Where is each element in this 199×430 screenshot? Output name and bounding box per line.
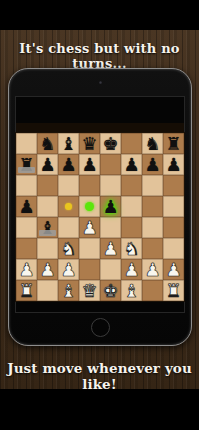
white-rook-h1[interactable]: ♜ bbox=[163, 280, 184, 301]
black-pawn-b7[interactable]: ♟ bbox=[37, 154, 58, 175]
square-d2[interactable] bbox=[79, 259, 100, 280]
black-pawn-c7[interactable]: ♟ bbox=[58, 154, 79, 175]
square-g8[interactable]: ♞ bbox=[142, 133, 163, 154]
black-knight-b8[interactable]: ♞ bbox=[37, 133, 58, 154]
square-f4[interactable] bbox=[121, 217, 142, 238]
tablet-frame: black pawn moves to e5. black rook moves… bbox=[8, 68, 192, 346]
move-log-bar: black pawn moves to e5. black rook moves… bbox=[16, 123, 184, 132]
square-c3[interactable]: ♞ bbox=[58, 238, 79, 259]
square-a7[interactable]: ♜ bbox=[16, 154, 37, 175]
square-e7[interactable] bbox=[100, 154, 121, 175]
square-a4[interactable] bbox=[16, 217, 37, 238]
black-pawn-d7[interactable]: ♟ bbox=[79, 154, 100, 175]
white-pawn-h2[interactable]: ♟ bbox=[163, 259, 184, 280]
square-c2[interactable]: ♟ bbox=[58, 259, 79, 280]
square-h2[interactable]: ♟ bbox=[163, 259, 184, 280]
letterbox-top bbox=[0, 0, 199, 30]
square-d5[interactable] bbox=[79, 196, 100, 217]
white-pawn-e3[interactable]: ♟ bbox=[100, 238, 121, 259]
square-a3[interactable] bbox=[16, 238, 37, 259]
square-a8[interactable] bbox=[16, 133, 37, 154]
black-bishop-c8[interactable]: ♝ bbox=[58, 133, 79, 154]
square-g4[interactable] bbox=[142, 217, 163, 238]
white-queen-d1[interactable]: ♛ bbox=[79, 280, 100, 301]
chess-board[interactable]: ♞♝♛♚♞♜♜♟♟♟♟♟♟♟♟♝♟♞♟♞♟♟♟♟♟♟♜♝♛♚♝♜ bbox=[15, 132, 185, 302]
square-g5[interactable] bbox=[142, 196, 163, 217]
square-f6[interactable] bbox=[121, 175, 142, 196]
square-h6[interactable] bbox=[163, 175, 184, 196]
white-pawn-c2[interactable]: ♟ bbox=[58, 259, 79, 280]
black-queen-d8[interactable]: ♛ bbox=[79, 133, 100, 154]
square-h7[interactable]: ♟ bbox=[163, 154, 184, 175]
square-b7[interactable]: ♟ bbox=[37, 154, 58, 175]
tagline-bottom: Just move whenever you like! bbox=[0, 360, 199, 392]
square-g2[interactable]: ♟ bbox=[142, 259, 163, 280]
black-pawn-f7[interactable]: ♟ bbox=[121, 154, 142, 175]
home-button[interactable] bbox=[91, 318, 110, 337]
white-king-e1[interactable]: ♚ bbox=[100, 280, 121, 301]
square-h5[interactable] bbox=[163, 196, 184, 217]
black-rook-h8[interactable]: ♜ bbox=[163, 133, 184, 154]
square-e6[interactable] bbox=[100, 175, 121, 196]
square-a6[interactable] bbox=[16, 175, 37, 196]
white-rook-a1[interactable]: ♜ bbox=[16, 280, 37, 301]
square-d7[interactable]: ♟ bbox=[79, 154, 100, 175]
square-b4[interactable]: ♝ bbox=[37, 217, 58, 238]
white-pawn-g2[interactable]: ♟ bbox=[142, 259, 163, 280]
game-screen: black pawn moves to e5. black rook moves… bbox=[15, 96, 185, 313]
square-e1[interactable]: ♚ bbox=[100, 280, 121, 301]
square-d6[interactable] bbox=[79, 175, 100, 196]
square-g3[interactable] bbox=[142, 238, 163, 259]
square-b1[interactable] bbox=[37, 280, 58, 301]
square-g1[interactable] bbox=[142, 280, 163, 301]
square-e4[interactable] bbox=[100, 217, 121, 238]
square-d8[interactable]: ♛ bbox=[79, 133, 100, 154]
square-b8[interactable]: ♞ bbox=[37, 133, 58, 154]
white-knight-f3[interactable]: ♞ bbox=[121, 238, 142, 259]
black-knight-g8[interactable]: ♞ bbox=[142, 133, 163, 154]
square-h3[interactable] bbox=[163, 238, 184, 259]
square-a2[interactable]: ♟ bbox=[16, 259, 37, 280]
square-c1[interactable]: ♝ bbox=[58, 280, 79, 301]
square-f3[interactable]: ♞ bbox=[121, 238, 142, 259]
black-pawn-a5[interactable]: ♟ bbox=[16, 196, 37, 217]
letterbox-bottom bbox=[0, 389, 199, 430]
square-f8[interactable] bbox=[121, 133, 142, 154]
square-g6[interactable] bbox=[142, 175, 163, 196]
square-b3[interactable] bbox=[37, 238, 58, 259]
white-pawn-b2[interactable]: ♟ bbox=[37, 259, 58, 280]
square-e8[interactable]: ♚ bbox=[100, 133, 121, 154]
square-d3[interactable] bbox=[79, 238, 100, 259]
square-h1[interactable]: ♜ bbox=[163, 280, 184, 301]
square-f1[interactable]: ♝ bbox=[121, 280, 142, 301]
move-trail-b4 bbox=[39, 230, 56, 236]
black-pawn-h7[interactable]: ♟ bbox=[163, 154, 184, 175]
dot-green-indicator-d5 bbox=[85, 202, 94, 211]
white-bishop-f1[interactable]: ♝ bbox=[121, 280, 142, 301]
white-pawn-d4[interactable]: ♟ bbox=[79, 217, 100, 238]
square-b6[interactable] bbox=[37, 175, 58, 196]
square-f2[interactable]: ♟ bbox=[121, 259, 142, 280]
move-trail-a7 bbox=[18, 167, 35, 173]
square-h8[interactable]: ♜ bbox=[163, 133, 184, 154]
white-pawn-a2[interactable]: ♟ bbox=[16, 259, 37, 280]
square-c4[interactable] bbox=[58, 217, 79, 238]
square-f5[interactable] bbox=[121, 196, 142, 217]
square-e3[interactable]: ♟ bbox=[100, 238, 121, 259]
square-d1[interactable]: ♛ bbox=[79, 280, 100, 301]
black-pawn-g7[interactable]: ♟ bbox=[142, 154, 163, 175]
square-c5[interactable] bbox=[58, 196, 79, 217]
square-c6[interactable] bbox=[58, 175, 79, 196]
square-e2[interactable] bbox=[100, 259, 121, 280]
white-bishop-c1[interactable]: ♝ bbox=[58, 280, 79, 301]
black-pawn-e5[interactable]: ♟ bbox=[100, 196, 121, 217]
square-c7[interactable]: ♟ bbox=[58, 154, 79, 175]
square-c8[interactable]: ♝ bbox=[58, 133, 79, 154]
square-g7[interactable]: ♟ bbox=[142, 154, 163, 175]
square-h4[interactable] bbox=[163, 217, 184, 238]
square-a1[interactable]: ♜ bbox=[16, 280, 37, 301]
square-e5[interactable]: ♟ bbox=[100, 196, 121, 217]
square-b2[interactable]: ♟ bbox=[37, 259, 58, 280]
square-b5[interactable] bbox=[37, 196, 58, 217]
tagline-top: It's chess but with no turns... bbox=[0, 41, 199, 71]
black-king-e8[interactable]: ♚ bbox=[100, 133, 121, 154]
white-knight-c3[interactable]: ♞ bbox=[58, 238, 79, 259]
white-pawn-f2[interactable]: ♟ bbox=[121, 259, 142, 280]
camera-icon bbox=[99, 81, 102, 84]
square-d4[interactable]: ♟ bbox=[79, 217, 100, 238]
dot-yellow-indicator-c5 bbox=[65, 203, 72, 210]
square-f7[interactable]: ♟ bbox=[121, 154, 142, 175]
square-a5[interactable]: ♟ bbox=[16, 196, 37, 217]
